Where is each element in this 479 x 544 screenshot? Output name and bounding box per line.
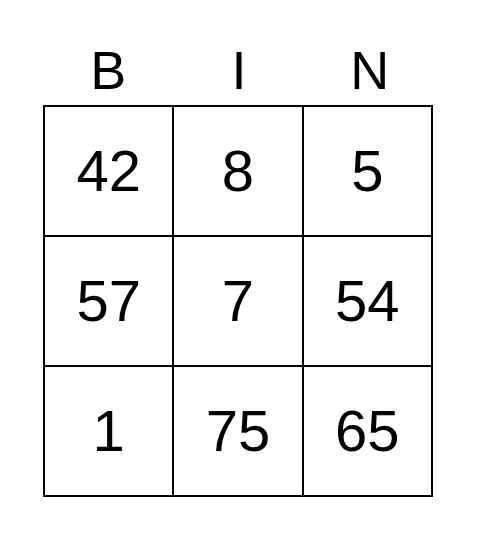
bingo-cell-r3c2[interactable]: 75 bbox=[173, 366, 302, 496]
bingo-cell-r2c1[interactable]: 57 bbox=[44, 236, 173, 366]
bingo-cell-r1c1[interactable]: 42 bbox=[44, 106, 173, 236]
bingo-cell-r2c2[interactable]: 7 bbox=[173, 236, 302, 366]
bingo-board: 42 8 5 57 7 54 1 75 65 bbox=[43, 105, 433, 497]
header-letter-i: I bbox=[174, 42, 305, 98]
bingo-cell-r2c3[interactable]: 54 bbox=[303, 236, 432, 366]
bingo-card-page: { "game": "bingo", "variant": "3x3 mini … bbox=[0, 0, 479, 544]
bingo-cell-r3c1[interactable]: 1 bbox=[44, 366, 173, 496]
bingo-cell-r1c2[interactable]: 8 bbox=[173, 106, 302, 236]
bingo-cell-r1c3[interactable]: 5 bbox=[303, 106, 432, 236]
bingo-cell-r3c3[interactable]: 65 bbox=[303, 366, 432, 496]
bingo-header-row: B I N bbox=[43, 42, 435, 98]
header-letter-n: N bbox=[304, 42, 435, 98]
header-letter-b: B bbox=[43, 42, 174, 98]
